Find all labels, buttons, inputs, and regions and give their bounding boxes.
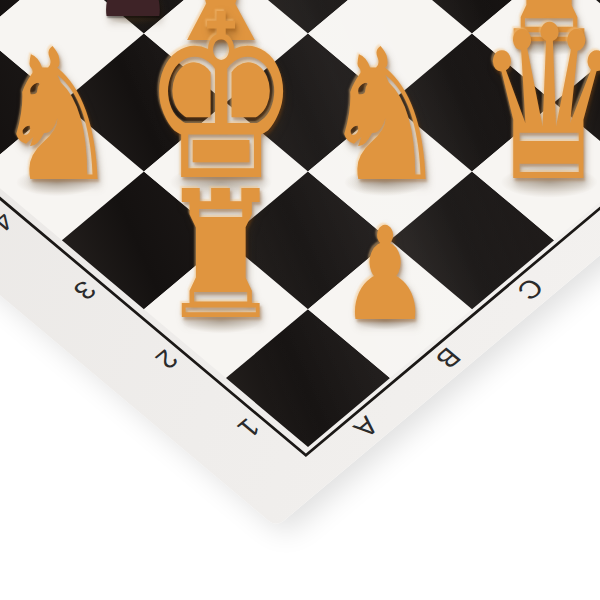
board-rotation-wrapper: 12345678ABCDEFGH [0, 0, 600, 527]
chess-board [0, 0, 600, 447]
photo-scene: 12345678ABCDEFGH ♟♜♝♛♞♚♞♟♜ [0, 0, 600, 600]
